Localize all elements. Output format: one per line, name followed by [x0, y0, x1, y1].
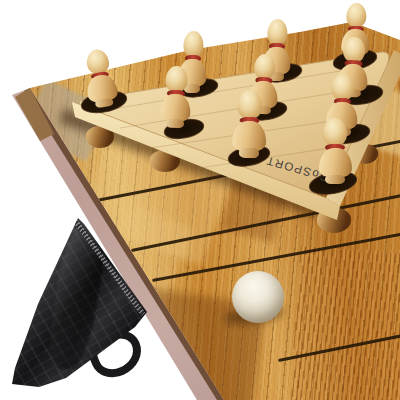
bowling-pin-2 [232, 90, 267, 159]
pin-head [323, 118, 347, 146]
bowling-pin-4 [160, 66, 192, 129]
pin-head [253, 54, 275, 80]
bag-body [4, 208, 156, 398]
pin-body [319, 148, 352, 178]
pin-head [183, 31, 204, 58]
carry-bag [4, 208, 156, 398]
pin-head [343, 37, 366, 63]
pin-head [267, 19, 288, 46]
pin-head [165, 66, 187, 93]
product-photo-tabletop-bowling: GoSPORT [0, 0, 400, 400]
pin-head [237, 90, 262, 119]
pin-head [346, 3, 367, 28]
pin-body [232, 120, 267, 152]
pin-head [331, 74, 354, 101]
pin-base [239, 148, 260, 158]
bowling-pin-1 [319, 118, 352, 184]
bowling-ball [232, 271, 284, 323]
pin-base [166, 119, 184, 128]
bag-fold [43, 219, 110, 372]
pin-base [325, 175, 345, 184]
